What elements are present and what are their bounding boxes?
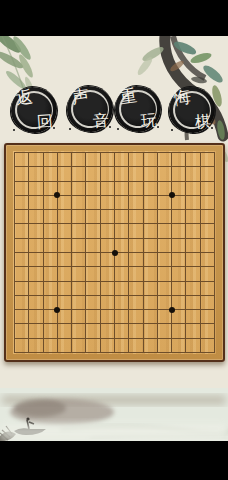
intersection-11-5[interactable] — [150, 202, 164, 216]
intersection-3-15[interactable] — [36, 346, 50, 360]
intersection-7-6[interactable] — [93, 217, 107, 231]
intersection-4-14[interactable] — [50, 331, 64, 345]
intersection-9-6[interactable] — [122, 217, 136, 231]
intersection-1-1[interactable] — [7, 145, 21, 159]
intersection-9-7[interactable] — [122, 231, 136, 245]
intersection-13-8[interactable] — [179, 245, 193, 259]
intersection-3-6[interactable] — [36, 217, 50, 231]
board-field — [13, 151, 216, 354]
intersection-8-15[interactable] — [107, 346, 121, 360]
intersection-6-7[interactable] — [79, 231, 93, 245]
intersection-10-14[interactable] — [136, 331, 150, 345]
intersection-6-5[interactable] — [79, 202, 93, 216]
intersection-3-3[interactable] — [36, 174, 50, 188]
intersection-7-9[interactable] — [93, 260, 107, 274]
intersection-7-2[interactable] — [93, 159, 107, 173]
intersection-7-14[interactable] — [93, 331, 107, 345]
star-point-12-4 — [169, 192, 175, 198]
intersection-10-13[interactable] — [136, 317, 150, 331]
intersection-8-2[interactable] — [107, 159, 121, 173]
intersection-14-11[interactable] — [193, 288, 207, 302]
intersection-14-2[interactable] — [193, 159, 207, 173]
intersection-4-9[interactable] — [50, 260, 64, 274]
intersection-7-1[interactable] — [93, 145, 107, 159]
intersection-3-11[interactable] — [36, 288, 50, 302]
intersection-6-11[interactable] — [79, 288, 93, 302]
intersection-4-10[interactable] — [50, 274, 64, 288]
replay-button-char-2: 玩 — [140, 112, 157, 129]
intersection-1-3[interactable] — [7, 174, 21, 188]
intersection-7-15[interactable] — [93, 346, 107, 360]
intersection-1-8[interactable] — [7, 245, 21, 259]
intersection-9-11[interactable] — [122, 288, 136, 302]
intersection-12-14[interactable] — [165, 331, 179, 345]
intersection-5-7[interactable] — [64, 231, 78, 245]
intersection-13-11[interactable] — [179, 288, 193, 302]
intersection-10-6[interactable] — [136, 217, 150, 231]
intersection-13-9[interactable] — [179, 260, 193, 274]
intersection-13-15[interactable] — [179, 346, 193, 360]
intersection-8-13[interactable] — [107, 317, 121, 331]
intersection-8-4[interactable] — [107, 188, 121, 202]
intersection-8-11[interactable] — [107, 288, 121, 302]
gomoku-board — [4, 143, 225, 362]
intersection-15-13[interactable] — [208, 317, 222, 331]
intersection-1-7[interactable] — [7, 231, 21, 245]
intersection-5-2[interactable] — [64, 159, 78, 173]
intersection-15-14[interactable] — [208, 331, 222, 345]
intersection-2-5[interactable] — [21, 202, 35, 216]
intersection-9-5[interactable] — [122, 202, 136, 216]
intersection-6-12[interactable] — [79, 303, 93, 317]
intersection-1-2[interactable] — [7, 159, 21, 173]
intersection-6-6[interactable] — [79, 217, 93, 231]
intersection-2-11[interactable] — [21, 288, 35, 302]
intersection-12-9[interactable] — [165, 260, 179, 274]
intersection-1-11[interactable] — [7, 288, 21, 302]
intersection-8-7[interactable] — [107, 231, 121, 245]
intersection-1-12[interactable] — [7, 303, 21, 317]
intersection-15-3[interactable] — [208, 174, 222, 188]
intersection-6-4[interactable] — [79, 188, 93, 202]
intersection-5-14[interactable] — [64, 331, 78, 345]
intersection-13-2[interactable] — [179, 159, 193, 173]
intersection-3-12[interactable] — [36, 303, 50, 317]
intersection-2-12[interactable] — [21, 303, 35, 317]
intersection-10-15[interactable] — [136, 346, 150, 360]
intersection-10-3[interactable] — [136, 174, 150, 188]
intersection-3-1[interactable] — [36, 145, 50, 159]
intersection-5-13[interactable] — [64, 317, 78, 331]
undo-button[interactable]: 悔 棋 — [169, 87, 215, 133]
intersection-3-10[interactable] — [36, 274, 50, 288]
intersection-14-4[interactable] — [193, 188, 207, 202]
intersection-9-1[interactable] — [122, 145, 136, 159]
intersection-2-1[interactable] — [21, 145, 35, 159]
intersection-4-13[interactable] — [50, 317, 64, 331]
intersection-2-6[interactable] — [21, 217, 35, 231]
intersection-11-13[interactable] — [150, 317, 164, 331]
intersection-12-3[interactable] — [165, 174, 179, 188]
intersection-15-9[interactable] — [208, 260, 222, 274]
intersection-2-15[interactable] — [21, 346, 35, 360]
intersection-13-5[interactable] — [179, 202, 193, 216]
ink-spatter — [69, 128, 71, 130]
intersection-9-14[interactable] — [122, 331, 136, 345]
intersection-5-8[interactable] — [64, 245, 78, 259]
intersection-9-12[interactable] — [122, 303, 136, 317]
intersection-6-10[interactable] — [79, 274, 93, 288]
intersection-7-5[interactable] — [93, 202, 107, 216]
intersection-7-11[interactable] — [93, 288, 107, 302]
intersection-1-14[interactable] — [7, 331, 21, 345]
intersection-13-4[interactable] — [179, 188, 193, 202]
intersection-13-1[interactable] — [179, 145, 193, 159]
intersection-15-5[interactable] — [208, 202, 222, 216]
intersection-7-13[interactable] — [93, 317, 107, 331]
intersection-3-5[interactable] — [36, 202, 50, 216]
intersection-4-8[interactable] — [50, 245, 64, 259]
intersection-11-1[interactable] — [150, 145, 164, 159]
intersection-14-10[interactable] — [193, 274, 207, 288]
intersection-3-2[interactable] — [36, 159, 50, 173]
intersection-12-1[interactable] — [165, 145, 179, 159]
intersection-11-10[interactable] — [150, 274, 164, 288]
intersection-5-9[interactable] — [64, 260, 78, 274]
intersection-7-12[interactable] — [93, 303, 107, 317]
star-point-12-12 — [169, 307, 175, 313]
intersection-4-15[interactable] — [50, 346, 64, 360]
intersection-11-7[interactable] — [150, 231, 164, 245]
intersection-3-13[interactable] — [36, 317, 50, 331]
intersection-7-7[interactable] — [93, 231, 107, 245]
intersection-15-12[interactable] — [208, 303, 222, 317]
intersection-11-8[interactable] — [150, 245, 164, 259]
intersection-15-1[interactable] — [208, 145, 222, 159]
intersection-3-9[interactable] — [36, 260, 50, 274]
undo-button-char-2: 棋 — [194, 113, 211, 130]
intersection-11-15[interactable] — [150, 346, 164, 360]
intersection-6-14[interactable] — [79, 331, 93, 345]
intersection-11-2[interactable] — [150, 159, 164, 173]
intersection-14-6[interactable] — [193, 217, 207, 231]
landscape-art — [0, 358, 228, 441]
intersection-14-14[interactable] — [193, 331, 207, 345]
intersection-8-3[interactable] — [107, 174, 121, 188]
phone-screen: 返 回 声 音 重 玩 悔 棋 — [0, 0, 228, 480]
intersection-5-15[interactable] — [64, 346, 78, 360]
intersection-2-14[interactable] — [21, 331, 35, 345]
intersection-9-9[interactable] — [122, 260, 136, 274]
intersection-3-8[interactable] — [36, 245, 50, 259]
intersection-13-13[interactable] — [179, 317, 193, 331]
intersection-12-6[interactable] — [165, 217, 179, 231]
intersection-8-9[interactable] — [107, 260, 121, 274]
intersection-2-10[interactable] — [21, 274, 35, 288]
letterbox-bottom — [0, 441, 228, 480]
intersection-10-2[interactable] — [136, 159, 150, 173]
intersection-5-3[interactable] — [64, 174, 78, 188]
intersection-6-3[interactable] — [79, 174, 93, 188]
replay-button-char-1: 重 — [119, 87, 138, 106]
intersection-15-11[interactable] — [208, 288, 222, 302]
intersection-2-2[interactable] — [21, 159, 35, 173]
intersection-4-2[interactable] — [50, 159, 64, 173]
intersection-8-12[interactable] — [107, 303, 121, 317]
intersection-10-8[interactable] — [136, 245, 150, 259]
intersection-8-5[interactable] — [107, 202, 121, 216]
intersection-12-13[interactable] — [165, 317, 179, 331]
intersection-10-10[interactable] — [136, 274, 150, 288]
intersection-11-14[interactable] — [150, 331, 164, 345]
intersection-15-6[interactable] — [208, 217, 222, 231]
intersection-2-9[interactable] — [21, 260, 35, 274]
star-point-8-8 — [112, 250, 118, 256]
ink-spatter — [117, 128, 119, 130]
intersection-6-8[interactable] — [79, 245, 93, 259]
letterbox-top — [0, 0, 228, 36]
intersection-2-7[interactable] — [21, 231, 35, 245]
intersection-13-7[interactable] — [179, 231, 193, 245]
intersection-12-10[interactable] — [165, 274, 179, 288]
intersection-11-4[interactable] — [150, 188, 164, 202]
intersection-15-10[interactable] — [208, 274, 222, 288]
intersection-11-6[interactable] — [150, 217, 164, 231]
intersection-7-10[interactable] — [93, 274, 107, 288]
intersection-10-11[interactable] — [136, 288, 150, 302]
intersection-5-12[interactable] — [64, 303, 78, 317]
intersection-5-5[interactable] — [64, 202, 78, 216]
intersection-6-15[interactable] — [79, 346, 93, 360]
intersection-2-4[interactable] — [21, 188, 35, 202]
intersection-1-5[interactable] — [7, 202, 21, 216]
intersection-6-9[interactable] — [79, 260, 93, 274]
intersection-8-10[interactable] — [107, 274, 121, 288]
intersection-10-12[interactable] — [136, 303, 150, 317]
replay-button[interactable]: 重 玩 — [115, 86, 161, 132]
intersection-1-9[interactable] — [7, 260, 21, 274]
intersection-4-5[interactable] — [50, 202, 64, 216]
intersection-9-13[interactable] — [122, 317, 136, 331]
back-button-char-1: 返 — [15, 88, 34, 107]
ink-spatter — [13, 129, 15, 131]
intersection-8-14[interactable] — [107, 331, 121, 345]
intersection-11-9[interactable] — [150, 260, 164, 274]
intersection-1-10[interactable] — [7, 274, 21, 288]
intersection-3-4[interactable] — [36, 188, 50, 202]
intersection-2-3[interactable] — [21, 174, 35, 188]
intersection-14-1[interactable] — [193, 145, 207, 159]
intersection-5-4[interactable] — [64, 188, 78, 202]
intersection-14-9[interactable] — [193, 260, 207, 274]
intersection-2-13[interactable] — [21, 317, 35, 331]
intersection-13-6[interactable] — [179, 217, 193, 231]
undo-button-char-1: 悔 — [173, 88, 192, 107]
intersection-9-10[interactable] — [122, 274, 136, 288]
intersection-12-11[interactable] — [165, 288, 179, 302]
intersection-6-2[interactable] — [79, 159, 93, 173]
intersection-14-13[interactable] — [193, 317, 207, 331]
intersection-3-7[interactable] — [36, 231, 50, 245]
intersection-6-1[interactable] — [79, 145, 93, 159]
intersection-3-14[interactable] — [36, 331, 50, 345]
intersection-1-15[interactable] — [7, 346, 21, 360]
intersection-13-3[interactable] — [179, 174, 193, 188]
intersection-14-3[interactable] — [193, 174, 207, 188]
intersection-13-12[interactable] — [179, 303, 193, 317]
intersection-14-15[interactable] — [193, 346, 207, 360]
intersection-15-15[interactable] — [208, 346, 222, 360]
intersection-15-2[interactable] — [208, 159, 222, 173]
intersection-4-1[interactable] — [50, 145, 64, 159]
intersection-4-7[interactable] — [50, 231, 64, 245]
intersection-2-8[interactable] — [21, 245, 35, 259]
intersection-12-2[interactable] — [165, 159, 179, 173]
intersection-13-14[interactable] — [179, 331, 193, 345]
intersection-12-7[interactable] — [165, 231, 179, 245]
intersection-10-4[interactable] — [136, 188, 150, 202]
star-point-4-12 — [54, 307, 60, 313]
intersection-7-3[interactable] — [93, 174, 107, 188]
intersection-11-12[interactable] — [150, 303, 164, 317]
intersection-8-1[interactable] — [107, 145, 121, 159]
intersection-5-6[interactable] — [64, 217, 78, 231]
intersection-9-4[interactable] — [122, 188, 136, 202]
intersection-10-7[interactable] — [136, 231, 150, 245]
intersection-10-5[interactable] — [136, 202, 150, 216]
back-button-char-2: 回 — [36, 113, 53, 130]
intersection-15-8[interactable] — [208, 245, 222, 259]
intersection-11-3[interactable] — [150, 174, 164, 188]
intersection-10-1[interactable] — [136, 145, 150, 159]
intersection-9-3[interactable] — [122, 174, 136, 188]
intersection-4-6[interactable] — [50, 217, 64, 231]
intersection-5-1[interactable] — [64, 145, 78, 159]
sound-button[interactable]: 声 音 — [67, 86, 113, 132]
app-background: 返 回 声 音 重 玩 悔 棋 — [0, 36, 228, 441]
intersection-14-7[interactable] — [193, 231, 207, 245]
intersection-12-15[interactable] — [165, 346, 179, 360]
intersection-5-10[interactable] — [64, 274, 78, 288]
intersection-14-12[interactable] — [193, 303, 207, 317]
intersection-15-7[interactable] — [208, 231, 222, 245]
intersection-7-8[interactable] — [93, 245, 107, 259]
intersection-6-13[interactable] — [79, 317, 93, 331]
intersection-1-4[interactable] — [7, 188, 21, 202]
intersection-9-15[interactable] — [122, 346, 136, 360]
intersection-4-3[interactable] — [50, 174, 64, 188]
intersection-9-2[interactable] — [122, 159, 136, 173]
intersection-15-4[interactable] — [208, 188, 222, 202]
intersection-14-5[interactable] — [193, 202, 207, 216]
intersection-10-9[interactable] — [136, 260, 150, 274]
intersection-7-4[interactable] — [93, 188, 107, 202]
intersection-11-11[interactable] — [150, 288, 164, 302]
sound-button-char-1: 声 — [71, 87, 90, 106]
intersection-14-8[interactable] — [193, 245, 207, 259]
intersection-12-8[interactable] — [165, 245, 179, 259]
intersection-5-11[interactable] — [64, 288, 78, 302]
back-button[interactable]: 返 回 — [11, 87, 57, 133]
intersection-1-6[interactable] — [7, 217, 21, 231]
ink-spatter — [171, 129, 173, 131]
intersection-13-10[interactable] — [179, 274, 193, 288]
intersection-1-13[interactable] — [7, 317, 21, 331]
intersection-4-11[interactable] — [50, 288, 64, 302]
intersection-8-6[interactable] — [107, 217, 121, 231]
sound-button-char-2: 音 — [92, 112, 109, 129]
intersection-12-5[interactable] — [165, 202, 179, 216]
intersection-9-8[interactable] — [122, 245, 136, 259]
